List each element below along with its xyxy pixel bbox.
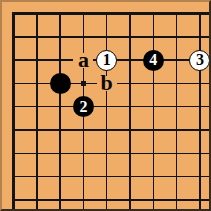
grid-line-horizontal-4 [12,106,209,108]
grid-line-vertical-4 [106,12,108,209]
stone-black-2: 2 [73,96,94,117]
grid-line-vertical-7 [176,12,178,209]
grid-line-horizontal-8 [12,199,209,201]
grid-line-vertical-5 [129,12,131,209]
stone-black-unmarked [50,73,71,94]
grid-line-vertical-6 [153,12,155,209]
point-label-a: a [73,53,93,68]
stone-white-1: 1 [96,50,117,71]
hoshi-star-point [81,81,86,86]
grid-line-horizontal-5 [12,129,209,131]
grid-line-vertical-1 [36,12,38,209]
go-board-area: ab1234 [2,2,209,209]
stone-black-4: 4 [143,50,164,71]
grid-line-vertical-8 [199,12,201,209]
stone-white-3: 3 [189,50,209,71]
grid-line-horizontal-1 [12,36,209,38]
go-diagram: ab1234 [0,0,211,211]
grid-line-vertical-0 [12,12,15,209]
grid-line-vertical-2 [59,12,61,209]
point-label-b: b [97,76,117,91]
grid-line-horizontal-7 [12,176,209,178]
grid-line-horizontal-0 [12,12,209,15]
grid-line-horizontal-6 [12,153,209,155]
